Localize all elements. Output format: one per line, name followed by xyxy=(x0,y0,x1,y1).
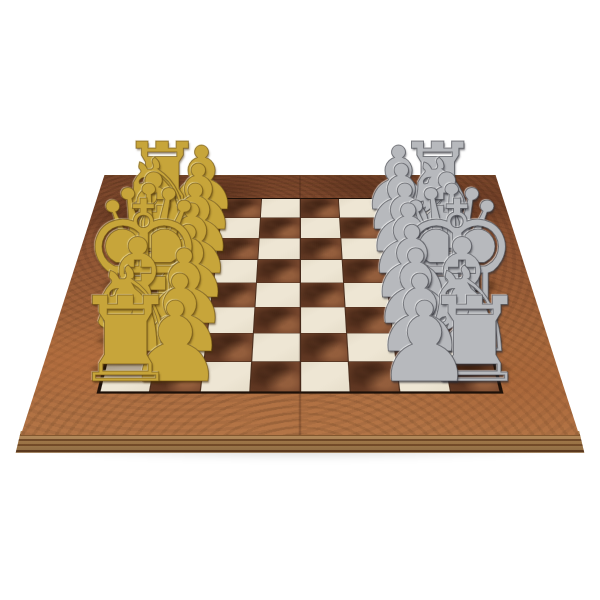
square-d6 xyxy=(343,260,387,282)
square-b2 xyxy=(178,218,220,238)
square-c8 xyxy=(423,238,468,259)
square-e8 xyxy=(431,283,479,307)
square-a8 xyxy=(415,199,457,218)
square-g1 xyxy=(108,334,160,362)
square-g3 xyxy=(204,334,253,362)
square-d8 xyxy=(427,260,473,282)
square-a5 xyxy=(300,199,339,218)
square-a3 xyxy=(222,199,262,218)
square-h7 xyxy=(397,362,449,392)
square-a7 xyxy=(377,199,418,218)
square-d1 xyxy=(127,260,173,282)
square-f7 xyxy=(390,307,439,333)
square-e7 xyxy=(387,283,434,307)
square-b4 xyxy=(260,218,300,238)
square-e6 xyxy=(344,283,389,307)
square-e5 xyxy=(301,283,345,307)
square-a6 xyxy=(339,199,379,218)
square-f3 xyxy=(208,307,255,333)
square-c5 xyxy=(300,238,341,259)
square-c4 xyxy=(258,238,299,259)
square-h6 xyxy=(349,362,400,392)
square-b7 xyxy=(379,218,421,238)
square-f4 xyxy=(254,307,299,333)
square-e1 xyxy=(121,283,169,307)
square-a1 xyxy=(143,199,185,218)
square-f2 xyxy=(161,307,210,333)
square-a2 xyxy=(182,199,223,218)
square-b6 xyxy=(340,218,381,238)
square-h2 xyxy=(151,362,203,392)
square-h8 xyxy=(445,362,499,392)
square-h3 xyxy=(201,362,252,392)
square-d5 xyxy=(300,260,342,282)
square-e4 xyxy=(256,283,300,307)
board-center-seam xyxy=(299,176,301,435)
square-d7 xyxy=(385,260,430,282)
chess-board xyxy=(21,175,579,435)
square-d2 xyxy=(170,260,215,282)
square-g2 xyxy=(156,334,206,362)
square-b1 xyxy=(138,218,181,238)
square-g7 xyxy=(394,334,444,362)
square-g8 xyxy=(440,334,492,362)
square-f1 xyxy=(115,307,165,333)
square-c7 xyxy=(382,238,426,259)
square-e2 xyxy=(166,283,213,307)
square-e3 xyxy=(211,283,256,307)
square-b3 xyxy=(219,218,260,238)
square-f5 xyxy=(301,307,346,333)
square-c2 xyxy=(174,238,218,259)
square-c3 xyxy=(216,238,258,259)
square-f6 xyxy=(345,307,392,333)
square-h1 xyxy=(101,362,155,392)
square-h4 xyxy=(251,362,300,392)
square-f8 xyxy=(435,307,485,333)
square-h5 xyxy=(301,362,350,392)
square-b8 xyxy=(419,218,462,238)
square-d3 xyxy=(214,260,258,282)
square-a4 xyxy=(261,199,300,218)
square-b5 xyxy=(300,218,340,238)
square-g4 xyxy=(252,334,299,362)
chess-set-photo-scene: ♜♞♝♛♚♝♞♜♟♟♟♟♟♟♟♟♟♟♟♟♟♟♟♟♜♞♝♛♚♝♞♜ xyxy=(0,0,600,600)
square-g6 xyxy=(347,334,396,362)
square-d4 xyxy=(257,260,299,282)
square-c6 xyxy=(341,238,383,259)
square-g5 xyxy=(301,334,348,362)
square-c1 xyxy=(132,238,177,259)
